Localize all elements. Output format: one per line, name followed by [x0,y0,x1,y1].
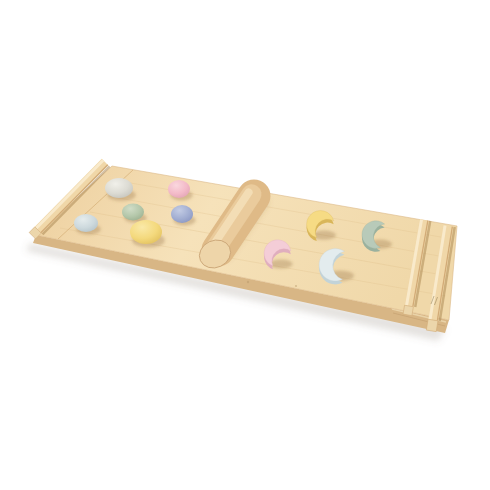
pebble-pale-blue[interactable] [74,214,98,232]
rail-endcap [403,305,413,315]
pebble-pink[interactable] [168,180,190,198]
product-photo [0,0,490,490]
moon-shadow [269,260,292,269]
pebble-white-gray[interactable] [105,178,133,198]
pebble-periwinkle-blue[interactable] [171,205,193,223]
pebble-yellow[interactable] [130,220,162,244]
pebble-sage-green[interactable] [122,204,144,221]
rail-endcap [426,319,438,331]
